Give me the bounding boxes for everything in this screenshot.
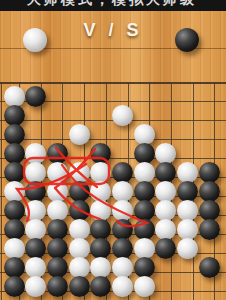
white-stone bbox=[155, 200, 176, 221]
white-stone bbox=[112, 181, 133, 202]
black-stone bbox=[199, 200, 220, 221]
black-stone bbox=[47, 143, 68, 164]
white-stone bbox=[134, 238, 155, 259]
white-stone bbox=[177, 200, 198, 221]
board[interactable] bbox=[0, 48, 226, 300]
white-stone bbox=[90, 181, 111, 202]
white-stone bbox=[155, 181, 176, 202]
white-stone bbox=[47, 162, 68, 183]
black-stone bbox=[199, 181, 220, 202]
black-stone bbox=[112, 219, 133, 240]
black-stone bbox=[47, 276, 68, 297]
topbar-cropped-text: 大师模式，模拟大师级 bbox=[27, 0, 197, 9]
white-stone bbox=[69, 257, 90, 278]
white-stone bbox=[90, 257, 111, 278]
white-stone bbox=[4, 86, 25, 107]
black-stone bbox=[4, 219, 25, 240]
black-stone bbox=[90, 143, 111, 164]
grid-line-v bbox=[1, 82, 2, 300]
black-stone bbox=[4, 124, 25, 145]
black-stone bbox=[47, 219, 68, 240]
top-status-bar: 大师模式，模拟大师级 bbox=[0, 0, 226, 11]
white-stone bbox=[177, 162, 198, 183]
white-stone bbox=[134, 162, 155, 183]
white-stone bbox=[4, 181, 25, 202]
black-stone bbox=[69, 181, 90, 202]
white-stone bbox=[4, 238, 25, 259]
black-stone bbox=[134, 257, 155, 278]
black-stone bbox=[112, 238, 133, 259]
black-stone bbox=[69, 200, 90, 221]
white-stone bbox=[177, 238, 198, 259]
white-stone bbox=[25, 162, 46, 183]
white-stone bbox=[112, 105, 133, 126]
black-stone bbox=[4, 276, 25, 297]
black-stone bbox=[134, 181, 155, 202]
white-stone bbox=[25, 200, 46, 221]
black-stone bbox=[25, 181, 46, 202]
white-stone bbox=[155, 219, 176, 240]
black-stone bbox=[4, 257, 25, 278]
white-stone bbox=[112, 276, 133, 297]
black-stone bbox=[25, 238, 46, 259]
white-stone bbox=[25, 257, 46, 278]
black-stone bbox=[199, 219, 220, 240]
black-stone bbox=[47, 257, 68, 278]
white-stone bbox=[112, 200, 133, 221]
white-stone bbox=[69, 238, 90, 259]
white-stone bbox=[25, 143, 46, 164]
white-stone bbox=[69, 162, 90, 183]
white-stone bbox=[134, 276, 155, 297]
white-stone bbox=[47, 200, 68, 221]
black-stone bbox=[4, 143, 25, 164]
black-stone bbox=[177, 181, 198, 202]
black-stone bbox=[199, 162, 220, 183]
black-stone bbox=[90, 276, 111, 297]
black-stone bbox=[134, 143, 155, 164]
white-stone bbox=[69, 124, 90, 145]
white-stone bbox=[69, 219, 90, 240]
black-stone bbox=[25, 86, 46, 107]
black-stone bbox=[90, 238, 111, 259]
black-stone bbox=[112, 162, 133, 183]
black-player-stone-icon bbox=[175, 28, 199, 52]
white-stone bbox=[177, 219, 198, 240]
black-stone bbox=[90, 219, 111, 240]
white-stone bbox=[47, 181, 68, 202]
app-screen: 大师模式，模拟大师级 V / S bbox=[0, 0, 226, 300]
black-stone bbox=[69, 276, 90, 297]
black-stone bbox=[4, 200, 25, 221]
black-stone bbox=[134, 200, 155, 221]
black-stone bbox=[155, 162, 176, 183]
black-stone bbox=[134, 219, 155, 240]
white-stone bbox=[155, 143, 176, 164]
white-stone bbox=[90, 162, 111, 183]
black-stone bbox=[199, 257, 220, 278]
white-stone bbox=[112, 257, 133, 278]
black-stone bbox=[47, 238, 68, 259]
black-stone bbox=[4, 105, 25, 126]
white-stone bbox=[134, 124, 155, 145]
white-stone bbox=[25, 276, 46, 297]
white-stone bbox=[25, 219, 46, 240]
versus-header: V / S bbox=[0, 11, 226, 48]
black-stone bbox=[4, 162, 25, 183]
black-stone bbox=[155, 238, 176, 259]
white-stone bbox=[90, 200, 111, 221]
